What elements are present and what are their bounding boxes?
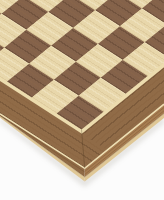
product-photo-stage	[0, 0, 164, 200]
chess-board	[0, 0, 164, 168]
